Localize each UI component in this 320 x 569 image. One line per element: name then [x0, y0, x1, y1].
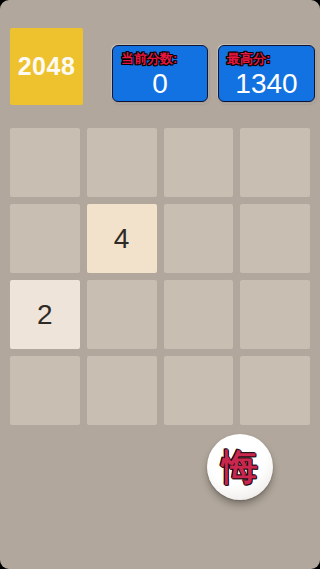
empty-cell-r4c1 — [10, 356, 80, 425]
empty-cell-r3c4 — [240, 280, 310, 349]
empty-cell-r1c2 — [87, 128, 157, 197]
empty-cell-r2c3 — [164, 204, 234, 273]
empty-cell-r4c3 — [164, 356, 234, 425]
empty-cell-r1c4 — [240, 128, 310, 197]
current-score-value: 0 — [113, 66, 207, 101]
logo-text: 2048 — [18, 52, 76, 81]
best-score-label: 最高分: — [219, 51, 314, 66]
undo-button[interactable]: 悔 — [207, 434, 273, 500]
empty-cell-r3c2 — [87, 280, 157, 349]
tile-4: 4 — [87, 204, 157, 273]
empty-cell-r1c1 — [10, 128, 80, 197]
best-score-value: 1340 — [219, 66, 314, 101]
empty-cell-r3c3 — [164, 280, 234, 349]
current-score-label: 当前分数: — [113, 51, 207, 66]
logo-2048-tile: 2048 — [10, 28, 83, 105]
empty-cell-r1c3 — [164, 128, 234, 197]
empty-cell-r2c4 — [240, 204, 310, 273]
best-score-box: 最高分: 1340 — [218, 45, 315, 102]
current-score-box: 当前分数: 0 — [112, 45, 208, 102]
empty-cell-r4c2 — [87, 356, 157, 425]
empty-cell-r2c1 — [10, 204, 80, 273]
app-screen: 2048 当前分数: 0 最高分: 1340 42 悔 — [0, 0, 320, 569]
game-board[interactable]: 42 — [10, 128, 310, 425]
undo-button-label: 悔 — [222, 449, 258, 485]
tile-2: 2 — [10, 280, 80, 349]
empty-cell-r4c4 — [240, 356, 310, 425]
